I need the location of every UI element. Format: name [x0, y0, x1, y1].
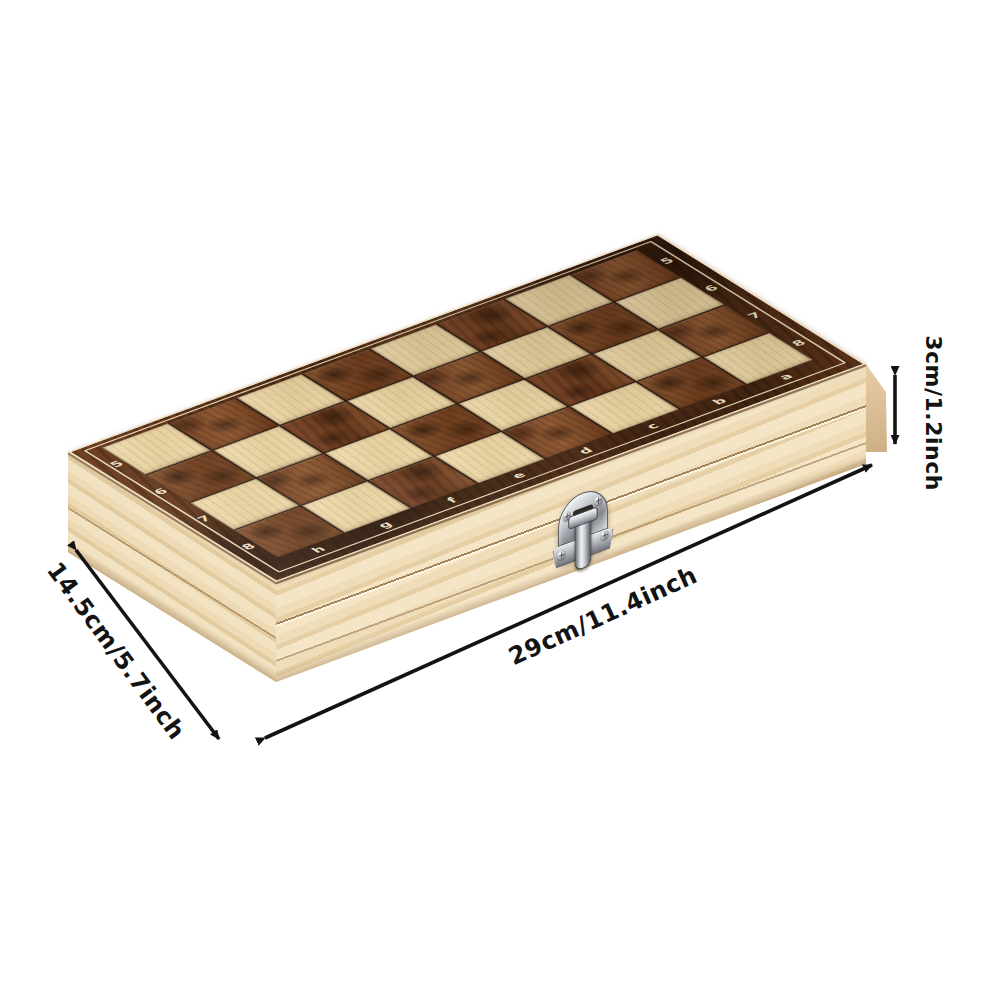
file-label-h: h [308, 544, 329, 554]
file-label-b: b [709, 396, 730, 406]
file-label-d: d [575, 446, 596, 456]
height-dimension-label: 3cm/1.2inch [921, 335, 946, 491]
file-label-e: e [509, 470, 529, 480]
product-photo: 56785678hgfedcba [0, 0, 1000, 1000]
metal-clasp [553, 481, 614, 583]
file-label-g: g [375, 520, 396, 530]
file-label-a: a [776, 372, 796, 382]
file-label-f: f [444, 496, 461, 505]
file-label-c: c [643, 421, 662, 431]
box-right-side-face [866, 364, 887, 452]
